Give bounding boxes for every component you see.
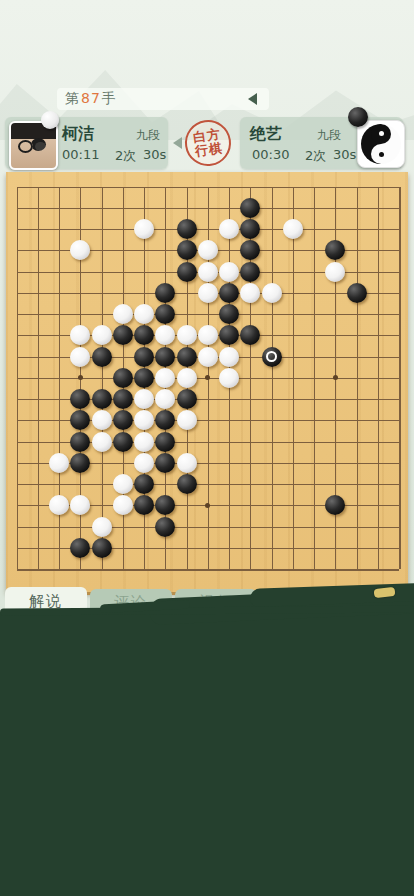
- black-stone: [325, 495, 345, 515]
- black-stone: [155, 453, 175, 473]
- white-stone: [155, 389, 175, 409]
- black-stone: [70, 538, 90, 558]
- grid-line: [17, 527, 400, 528]
- black-stone: [155, 432, 175, 452]
- grid-line: [17, 484, 400, 485]
- white-stone: [177, 325, 197, 345]
- white-stone: [198, 283, 218, 303]
- white-stone: [70, 240, 90, 260]
- white-stone: [198, 325, 218, 345]
- white-stone: [198, 347, 218, 367]
- collapse-arrow-icon[interactable]: [248, 93, 257, 105]
- grid-line: [378, 187, 379, 570]
- white-stone: [240, 283, 260, 303]
- white-stone: [49, 495, 69, 515]
- black-stone: [134, 347, 154, 367]
- black-stone: [113, 325, 133, 345]
- black-stone: [347, 283, 367, 303]
- black-stone: [219, 304, 239, 324]
- white-stone: [177, 368, 197, 388]
- black-stone: [325, 240, 345, 260]
- white-stone: [113, 495, 133, 515]
- white-stone: [198, 240, 218, 260]
- black-stone: [177, 389, 197, 409]
- black-stone: [240, 262, 260, 282]
- black-stone: [155, 410, 175, 430]
- player-clock-white: 00:11: [62, 147, 99, 162]
- move-number-bar[interactable]: 第87手: [57, 88, 269, 110]
- avatar-jueyi[interactable]: [357, 120, 405, 168]
- white-stone: [49, 453, 69, 473]
- black-stone: [155, 283, 175, 303]
- byoyomi-seconds-black: 30s: [333, 147, 356, 162]
- black-stone: [240, 240, 260, 260]
- black-stone: [177, 240, 197, 260]
- move-number-label: 第87手: [65, 90, 117, 108]
- grid-line: [17, 569, 400, 571]
- black-stone: [113, 410, 133, 430]
- white-stone: [325, 262, 345, 282]
- grid-line: [357, 187, 358, 570]
- yinyang-icon: [361, 124, 401, 164]
- white-stone: [70, 495, 90, 515]
- black-stone: [113, 432, 133, 452]
- white-stone: [198, 262, 218, 282]
- white-stone: [92, 410, 112, 430]
- black-stone: [177, 474, 197, 494]
- black-stone: [177, 219, 197, 239]
- white-stone: [113, 304, 133, 324]
- black-stone: [92, 347, 112, 367]
- grid-line: [272, 187, 273, 570]
- white-stone: [70, 347, 90, 367]
- white-stone-badge-icon: [41, 111, 59, 129]
- black-stone: [219, 283, 239, 303]
- black-stone: [92, 389, 112, 409]
- player-name-black: 绝艺: [250, 124, 282, 145]
- star-point: [205, 503, 210, 508]
- black-stone: [113, 389, 133, 409]
- white-stone: [262, 283, 282, 303]
- white-stone: [70, 325, 90, 345]
- white-stone: [134, 453, 154, 473]
- move-number-value: 87: [80, 90, 102, 106]
- star-point: [205, 375, 210, 380]
- slogan-line2: 近在咫尺: [143, 712, 414, 822]
- go-board[interactable]: [6, 172, 408, 592]
- grid-line: [314, 187, 315, 570]
- white-stone: [177, 453, 197, 473]
- player-rank-white: 九段: [136, 127, 160, 144]
- white-stone: [219, 219, 239, 239]
- black-stone: [155, 304, 175, 324]
- black-stone: [134, 495, 154, 515]
- white-stone: [283, 219, 303, 239]
- black-stone: [134, 474, 154, 494]
- black-stone: [155, 495, 175, 515]
- black-stone-badge-icon: [348, 107, 368, 127]
- black-stone: [240, 198, 260, 218]
- white-stone: [134, 219, 154, 239]
- black-stone: [240, 219, 260, 239]
- black-stone: [113, 368, 133, 388]
- white-stone: [134, 304, 154, 324]
- white-stone: [134, 432, 154, 452]
- black-stone: [70, 453, 90, 473]
- byoyomi-periods-black: 2次: [305, 147, 326, 165]
- black-stone-last-move: [262, 347, 282, 367]
- player-name-white: 柯洁: [62, 124, 94, 145]
- white-stone: [92, 325, 112, 345]
- player-rank-black: 九段: [317, 127, 341, 144]
- byoyomi-seconds-white: 30s: [143, 147, 166, 162]
- turn-pointer-icon: [173, 137, 182, 149]
- black-stone: [219, 325, 239, 345]
- player-clock-black: 00:30: [252, 147, 289, 162]
- black-stone: [155, 347, 175, 367]
- grid-line: [399, 187, 401, 570]
- black-stone: [70, 389, 90, 409]
- star-point: [78, 375, 83, 380]
- seal-text-line2: 行棋: [194, 141, 224, 159]
- white-stone: [113, 474, 133, 494]
- white-stone: [177, 410, 197, 430]
- black-stone: [177, 262, 197, 282]
- black-stone: [92, 538, 112, 558]
- white-stone: [155, 325, 175, 345]
- white-stone: [219, 262, 239, 282]
- black-stone: [70, 432, 90, 452]
- white-stone: [134, 389, 154, 409]
- white-stone: [134, 410, 154, 430]
- black-stone: [134, 368, 154, 388]
- black-stone: [70, 410, 90, 430]
- black-stone: [177, 347, 197, 367]
- white-stone: [219, 368, 239, 388]
- star-point: [333, 375, 338, 380]
- white-stone: [219, 347, 239, 367]
- byoyomi-periods-white: 2次: [115, 147, 136, 165]
- white-stone: [92, 517, 112, 537]
- black-stone: [155, 517, 175, 537]
- black-stone: [240, 325, 260, 345]
- black-stone: [134, 325, 154, 345]
- grid-line: [293, 187, 294, 570]
- white-stone: [92, 432, 112, 452]
- white-stone: [155, 368, 175, 388]
